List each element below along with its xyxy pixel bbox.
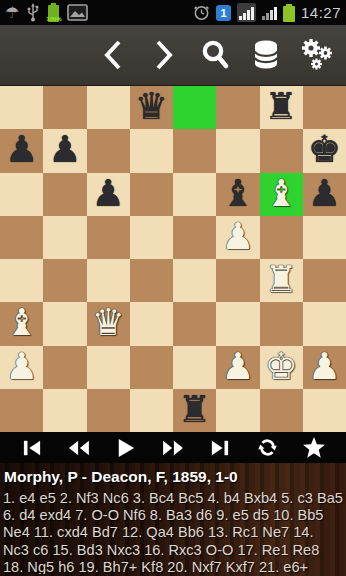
square-g1[interactable]: [260, 389, 303, 432]
star-icon: [303, 437, 325, 458]
square-b8[interactable]: [43, 86, 86, 129]
square-h3[interactable]: [303, 302, 346, 345]
usb-icon: [26, 3, 40, 22]
gallery-icon: [67, 4, 88, 21]
skip-to-end-icon: [209, 439, 231, 457]
piece-wp-f5: ♟: [221, 218, 254, 255]
square-f8[interactable]: [216, 86, 259, 129]
signal-tile-icon: [237, 3, 256, 22]
square-h4[interactable]: [303, 259, 346, 302]
settings-button[interactable]: [291, 25, 342, 86]
square-b6[interactable]: [43, 173, 86, 216]
square-g5[interactable]: [260, 216, 303, 259]
square-f2[interactable]: ♟: [216, 346, 259, 389]
square-c2[interactable]: [87, 346, 130, 389]
next-button[interactable]: [138, 25, 189, 86]
square-d7[interactable]: [130, 129, 173, 172]
square-f6[interactable]: ♝: [216, 173, 259, 216]
favorite-button[interactable]: [297, 432, 331, 463]
piece-bp-c6: ♟: [92, 175, 125, 212]
skip-to-end-button[interactable]: [203, 432, 237, 463]
game-title: Morphy, P - Deacon, F, 1859, 1-0: [0, 463, 346, 488]
piece-wp-h2: ♟: [308, 348, 341, 385]
square-g2[interactable]: ♚: [260, 346, 303, 389]
square-a4[interactable]: [0, 259, 43, 302]
square-c4[interactable]: [87, 259, 130, 302]
piece-wr-g4: ♜: [265, 261, 298, 298]
status-bar-left: ☂ 100%: [5, 3, 88, 22]
square-h6[interactable]: ♟: [303, 173, 346, 216]
square-f1[interactable]: [216, 389, 259, 432]
square-d1[interactable]: [130, 389, 173, 432]
battery-percent-label: 100%: [46, 16, 61, 22]
chevron-left-icon: [101, 39, 125, 71]
square-h8[interactable]: [303, 86, 346, 129]
square-d2[interactable]: [130, 346, 173, 389]
piece-wb-a3: ♝: [5, 304, 38, 341]
play-icon: [116, 438, 136, 458]
skip-to-start-icon: [21, 439, 43, 457]
search-button[interactable]: [189, 25, 240, 86]
square-a3[interactable]: ♝: [0, 302, 43, 345]
refresh-icon: [257, 437, 278, 458]
square-g4[interactable]: ♜: [260, 259, 303, 302]
rewind-icon: [67, 439, 91, 457]
gears-icon: [300, 38, 334, 72]
square-a8[interactable]: [0, 86, 43, 129]
square-a6[interactable]: [0, 173, 43, 216]
square-d3[interactable]: [130, 302, 173, 345]
previous-button[interactable]: [87, 25, 138, 86]
square-f3[interactable]: [216, 302, 259, 345]
square-g7[interactable]: [260, 129, 303, 172]
piece-bp-h6: ♟: [308, 175, 341, 212]
umbrella-icon: ☂: [5, 5, 19, 21]
square-f7[interactable]: [216, 129, 259, 172]
move-list[interactable]: 1. e4 e5 2. Nf3 Nc6 3. Bc4 Bc5 4. b4 Bxb…: [0, 488, 346, 574]
square-c6[interactable]: ♟: [87, 173, 130, 216]
database-icon: [252, 39, 280, 71]
chevron-right-icon: [152, 39, 176, 71]
toolbar: [0, 25, 346, 86]
piece-br-g8: ♜: [265, 88, 298, 125]
square-g6[interactable]: ♝: [260, 173, 303, 216]
square-f5[interactable]: ♟: [216, 216, 259, 259]
square-c1[interactable]: [87, 389, 130, 432]
bottom-panel: Morphy, P - Deacon, F, 1859, 1-0 1. e4 e…: [0, 463, 346, 576]
square-e1[interactable]: ♜: [173, 389, 216, 432]
fast-forward-button[interactable]: [156, 432, 190, 463]
alarm-icon: [193, 4, 210, 21]
battery-100-icon: 100%: [47, 3, 60, 22]
chess-app-screen: ☂ 100%: [0, 0, 346, 576]
square-g8[interactable]: ♜: [260, 86, 303, 129]
search-icon: [200, 39, 230, 71]
piece-wp-a2: ♟: [5, 348, 38, 385]
square-d5[interactable]: [130, 216, 173, 259]
square-f4[interactable]: [216, 259, 259, 302]
status-bar: ☂ 100%: [0, 0, 346, 25]
square-a7[interactable]: ♟: [0, 129, 43, 172]
piece-br-e1: ♜: [178, 391, 211, 428]
square-c3[interactable]: ♛: [87, 302, 130, 345]
square-b2[interactable]: [43, 346, 86, 389]
piece-bq-d8: ♛: [135, 88, 168, 125]
square-h2[interactable]: ♟: [303, 346, 346, 389]
square-e4[interactable]: [173, 259, 216, 302]
square-d6[interactable]: [130, 173, 173, 216]
square-e7[interactable]: [173, 129, 216, 172]
fast-forward-icon: [161, 439, 185, 457]
square-e8[interactable]: [173, 86, 216, 129]
square-b3[interactable]: [43, 302, 86, 345]
play-button[interactable]: [109, 432, 143, 463]
piece-wb-g6: ♝: [265, 175, 298, 212]
square-h1[interactable]: [303, 389, 346, 432]
piece-wp-f2: ♟: [221, 348, 254, 385]
square-b4[interactable]: [43, 259, 86, 302]
clock-time: 14:27: [301, 4, 341, 21]
square-a5[interactable]: [0, 216, 43, 259]
playback-controls: [0, 432, 346, 463]
square-e6[interactable]: [173, 173, 216, 216]
piece-bp-a7: ♟: [5, 131, 38, 168]
square-c8[interactable]: [87, 86, 130, 129]
square-d8[interactable]: ♛: [130, 86, 173, 129]
square-c5[interactable]: [87, 216, 130, 259]
notification-badge: 1: [216, 5, 231, 21]
square-b5[interactable]: [43, 216, 86, 259]
square-c7[interactable]: [87, 129, 130, 172]
square-e2[interactable]: [173, 346, 216, 389]
square-h7[interactable]: ♚: [303, 129, 346, 172]
square-a2[interactable]: ♟: [0, 346, 43, 389]
piece-bp-b7: ♟: [48, 131, 81, 168]
skip-to-start-button[interactable]: [15, 432, 49, 463]
piece-wk-g2: ♚: [265, 348, 298, 385]
rewind-button[interactable]: [62, 432, 96, 463]
status-bar-right: 1 14:27: [193, 3, 341, 22]
refresh-button[interactable]: [250, 432, 284, 463]
piece-bb-f6: ♝: [221, 175, 254, 212]
square-e3[interactable]: [173, 302, 216, 345]
square-d4[interactable]: [130, 259, 173, 302]
piece-bk-h7: ♚: [308, 131, 341, 168]
square-e5[interactable]: [173, 216, 216, 259]
square-g3[interactable]: [260, 302, 303, 345]
square-b1[interactable]: [43, 389, 86, 432]
battery-icon: [283, 4, 295, 22]
piece-wq-c3: ♛: [92, 304, 125, 341]
square-h5[interactable]: [303, 216, 346, 259]
signal-bars-icon: [262, 5, 277, 20]
chess-board: ♛♜♟♟♚♟♝♝♟♟♜♝♛♟♟♚♟♜: [0, 86, 346, 432]
square-b7[interactable]: ♟: [43, 129, 86, 172]
database-button[interactable]: [240, 25, 291, 86]
square-a1[interactable]: [0, 389, 43, 432]
